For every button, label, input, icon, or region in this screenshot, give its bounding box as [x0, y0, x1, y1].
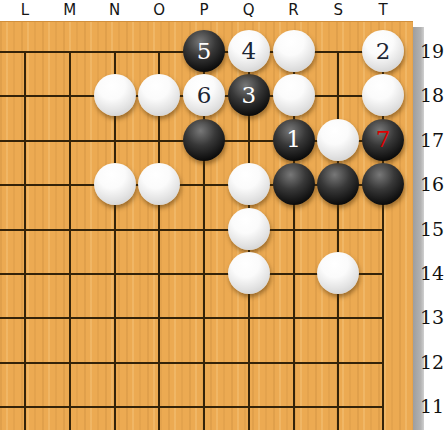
stone-white-T19[interactable]: 2	[362, 30, 404, 72]
grid-line-row-12	[0, 362, 384, 364]
stone-white-N16[interactable]	[94, 163, 136, 205]
stone-white-Q16[interactable]	[228, 163, 270, 205]
col-label-T: T	[371, 1, 395, 19]
col-label-M: M	[58, 1, 82, 19]
move-number-4: 4	[241, 40, 256, 63]
grid-line-row-15	[0, 229, 384, 231]
row-label-12: 12	[419, 351, 445, 373]
row-label-19: 19	[419, 40, 445, 62]
grid-line-row-13	[0, 317, 384, 319]
stone-black-R16[interactable]	[273, 163, 315, 205]
move-number-3: 3	[241, 84, 256, 107]
row-label-18: 18	[419, 84, 445, 106]
col-label-Q: Q	[237, 1, 261, 19]
stone-black-T17[interactable]: 7	[362, 119, 404, 161]
go-diagram: LMNOPQRST1918171615141312115317426	[0, 0, 445, 430]
col-label-O: O	[147, 1, 171, 19]
grid-line-row-11	[0, 406, 384, 408]
stone-white-Q14[interactable]	[228, 252, 270, 294]
stone-black-P17[interactable]	[183, 119, 225, 161]
row-label-13: 13	[419, 306, 445, 328]
stone-white-R18[interactable]	[273, 74, 315, 116]
stone-white-S14[interactable]	[317, 252, 359, 294]
col-label-P: P	[192, 1, 216, 19]
stone-white-R19[interactable]	[273, 30, 315, 72]
row-label-17: 17	[419, 129, 445, 151]
row-label-16: 16	[419, 173, 445, 195]
stone-white-Q19[interactable]: 4	[228, 30, 270, 72]
move-number-6: 6	[197, 84, 212, 107]
grid-line-col-M	[69, 51, 71, 430]
grid-line-col-L	[24, 51, 26, 430]
move-number-1: 1	[286, 128, 301, 151]
row-label-14: 14	[419, 262, 445, 284]
col-label-S: S	[326, 1, 350, 19]
stone-white-Q15[interactable]	[228, 208, 270, 250]
grid-line-col-S	[337, 51, 339, 430]
move-number-7: 7	[376, 128, 391, 151]
stone-white-S17[interactable]	[317, 119, 359, 161]
stone-black-Q18[interactable]: 3	[228, 74, 270, 116]
col-label-L: L	[13, 1, 37, 19]
move-number-2: 2	[376, 40, 391, 63]
row-label-15: 15	[419, 218, 445, 240]
stone-white-N18[interactable]	[94, 74, 136, 116]
stone-black-R17[interactable]: 1	[273, 119, 315, 161]
row-label-11: 11	[419, 395, 445, 417]
move-number-5: 5	[197, 40, 212, 63]
stone-black-T16[interactable]	[362, 163, 404, 205]
stone-black-P19[interactable]: 5	[183, 30, 225, 72]
col-label-N: N	[103, 1, 127, 19]
col-label-R: R	[282, 1, 306, 19]
